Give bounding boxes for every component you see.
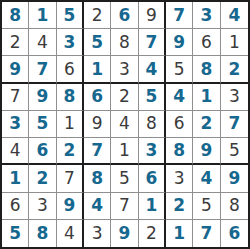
cell-r2c6[interactable]: 7 bbox=[139, 29, 166, 56]
cell-r2c5[interactable]: 8 bbox=[111, 29, 138, 56]
cell-r9c2[interactable]: 8 bbox=[29, 220, 56, 247]
cell-r1c2[interactable]: 1 bbox=[29, 2, 56, 29]
cell-r2c8[interactable]: 6 bbox=[193, 29, 220, 56]
cell-r4c7[interactable]: 4 bbox=[166, 84, 193, 111]
cell-r4c2[interactable]: 9 bbox=[29, 84, 56, 111]
cell-r9c3[interactable]: 4 bbox=[57, 220, 84, 247]
cell-r5c4[interactable]: 9 bbox=[84, 111, 111, 138]
cell-r8c6[interactable]: 1 bbox=[139, 193, 166, 220]
cell-r7c5[interactable]: 5 bbox=[111, 165, 138, 192]
cell-r8c4[interactable]: 4 bbox=[84, 193, 111, 220]
sudoku-board: 8152697342435879619761345827986254133519… bbox=[0, 0, 250, 249]
cell-r4c9[interactable]: 3 bbox=[221, 84, 248, 111]
cell-r2c9[interactable]: 1 bbox=[221, 29, 248, 56]
cell-r8c5[interactable]: 7 bbox=[111, 193, 138, 220]
cell-r5c8[interactable]: 2 bbox=[193, 111, 220, 138]
cell-r6c1[interactable]: 4 bbox=[2, 138, 29, 165]
cell-r1c6[interactable]: 9 bbox=[139, 2, 166, 29]
cell-r5c1[interactable]: 3 bbox=[2, 111, 29, 138]
cell-r9c5[interactable]: 9 bbox=[111, 220, 138, 247]
cell-r4c8[interactable]: 1 bbox=[193, 84, 220, 111]
cell-r1c4[interactable]: 2 bbox=[84, 2, 111, 29]
cell-r5c3[interactable]: 1 bbox=[57, 111, 84, 138]
cell-r5c2[interactable]: 5 bbox=[29, 111, 56, 138]
cell-r3c4[interactable]: 1 bbox=[84, 56, 111, 83]
cell-r3c2[interactable]: 7 bbox=[29, 56, 56, 83]
cell-r6c8[interactable]: 9 bbox=[193, 138, 220, 165]
cell-r3c9[interactable]: 2 bbox=[221, 56, 248, 83]
cell-r8c7[interactable]: 2 bbox=[166, 193, 193, 220]
cell-r9c6[interactable]: 2 bbox=[139, 220, 166, 247]
cell-r4c6[interactable]: 5 bbox=[139, 84, 166, 111]
cell-r7c9[interactable]: 9 bbox=[221, 165, 248, 192]
cell-r8c9[interactable]: 8 bbox=[221, 193, 248, 220]
cell-r3c6[interactable]: 4 bbox=[139, 56, 166, 83]
cell-r1c3[interactable]: 5 bbox=[57, 2, 84, 29]
cell-r4c5[interactable]: 2 bbox=[111, 84, 138, 111]
cell-r1c1[interactable]: 8 bbox=[2, 2, 29, 29]
cell-r2c7[interactable]: 9 bbox=[166, 29, 193, 56]
cell-r1c5[interactable]: 6 bbox=[111, 2, 138, 29]
cell-r3c5[interactable]: 3 bbox=[111, 56, 138, 83]
cell-r8c2[interactable]: 3 bbox=[29, 193, 56, 220]
cell-r1c8[interactable]: 3 bbox=[193, 2, 220, 29]
cell-r3c7[interactable]: 5 bbox=[166, 56, 193, 83]
cell-r2c3[interactable]: 3 bbox=[57, 29, 84, 56]
cell-r3c8[interactable]: 8 bbox=[193, 56, 220, 83]
cell-r6c5[interactable]: 1 bbox=[111, 138, 138, 165]
cell-r8c8[interactable]: 5 bbox=[193, 193, 220, 220]
cell-r5c7[interactable]: 6 bbox=[166, 111, 193, 138]
cell-r1c7[interactable]: 7 bbox=[166, 2, 193, 29]
cell-r5c5[interactable]: 4 bbox=[111, 111, 138, 138]
cell-r1c9[interactable]: 4 bbox=[221, 2, 248, 29]
cell-r8c1[interactable]: 6 bbox=[2, 193, 29, 220]
cell-r5c6[interactable]: 8 bbox=[139, 111, 166, 138]
cell-r7c2[interactable]: 2 bbox=[29, 165, 56, 192]
cell-r3c1[interactable]: 9 bbox=[2, 56, 29, 83]
cell-r9c4[interactable]: 3 bbox=[84, 220, 111, 247]
cell-r7c4[interactable]: 8 bbox=[84, 165, 111, 192]
cell-r9c9[interactable]: 6 bbox=[221, 220, 248, 247]
cell-r7c3[interactable]: 7 bbox=[57, 165, 84, 192]
cell-r7c6[interactable]: 6 bbox=[139, 165, 166, 192]
cell-r9c1[interactable]: 5 bbox=[2, 220, 29, 247]
cell-r6c3[interactable]: 2 bbox=[57, 138, 84, 165]
cell-r4c3[interactable]: 8 bbox=[57, 84, 84, 111]
cell-r6c6[interactable]: 3 bbox=[139, 138, 166, 165]
cell-r6c9[interactable]: 5 bbox=[221, 138, 248, 165]
cell-r9c8[interactable]: 7 bbox=[193, 220, 220, 247]
cell-r7c7[interactable]: 3 bbox=[166, 165, 193, 192]
cell-r2c4[interactable]: 5 bbox=[84, 29, 111, 56]
cell-r7c1[interactable]: 1 bbox=[2, 165, 29, 192]
cell-r9c7[interactable]: 1 bbox=[166, 220, 193, 247]
cell-r3c3[interactable]: 6 bbox=[57, 56, 84, 83]
cell-r6c7[interactable]: 8 bbox=[166, 138, 193, 165]
cell-r6c2[interactable]: 6 bbox=[29, 138, 56, 165]
cell-r7c8[interactable]: 4 bbox=[193, 165, 220, 192]
cell-r8c3[interactable]: 9 bbox=[57, 193, 84, 220]
cell-r2c2[interactable]: 4 bbox=[29, 29, 56, 56]
cell-r2c1[interactable]: 2 bbox=[2, 29, 29, 56]
cell-r6c4[interactable]: 7 bbox=[84, 138, 111, 165]
cell-r4c1[interactable]: 7 bbox=[2, 84, 29, 111]
cell-r4c4[interactable]: 6 bbox=[84, 84, 111, 111]
cell-r5c9[interactable]: 7 bbox=[221, 111, 248, 138]
